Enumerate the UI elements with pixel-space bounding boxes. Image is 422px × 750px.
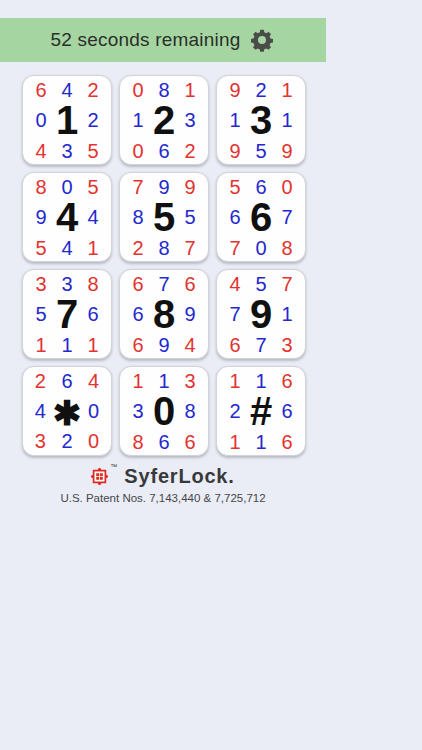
key-hash-hint-r1c2: 6 bbox=[274, 391, 300, 431]
key-5-hint-r1c0: 8 bbox=[125, 197, 151, 237]
key-0[interactable]: 113308866 bbox=[119, 366, 209, 456]
key-6-hint-r0c1: 6 bbox=[248, 176, 274, 197]
key-0-label: 0 bbox=[151, 391, 177, 431]
key-2-hint-r2c0: 0 bbox=[125, 140, 151, 161]
key-1-hint-r1c0: 0 bbox=[28, 100, 54, 140]
key-3[interactable]: 921131959 bbox=[216, 75, 306, 165]
key-hash-hint-r2c1: 1 bbox=[248, 431, 274, 452]
key-5-hint-r1c2: 5 bbox=[177, 197, 203, 237]
key-7-label: 7 bbox=[54, 294, 80, 334]
key-9-hint-r1c0: 7 bbox=[222, 294, 248, 334]
key-8-hint-r0c0: 6 bbox=[125, 273, 151, 294]
keypad: 6420124350811230629211319598059445417998… bbox=[22, 75, 326, 456]
key-2-hint-r2c1: 6 bbox=[151, 140, 177, 161]
key-star-hint-r1c0: 4 bbox=[28, 392, 53, 430]
key-0-hint-r2c2: 6 bbox=[177, 431, 203, 452]
key-9-hint-r0c1: 5 bbox=[248, 273, 274, 294]
brand-name: SyferLock. bbox=[124, 465, 234, 488]
key-star-hint-r0c0: 2 bbox=[28, 370, 53, 392]
key-4-hint-r2c2: 1 bbox=[80, 237, 106, 258]
syferlock-logo-icon bbox=[91, 468, 108, 485]
key-3-hint-r2c2: 9 bbox=[274, 140, 300, 161]
key-5-hint-r2c2: 7 bbox=[177, 237, 203, 258]
key-3-hint-r0c1: 2 bbox=[248, 79, 274, 100]
key-4-hint-r0c0: 8 bbox=[28, 176, 54, 197]
key-2-label: 2 bbox=[151, 100, 177, 140]
key-star-hint-r2c2: 0 bbox=[81, 430, 106, 452]
key-2-hint-r0c1: 8 bbox=[151, 79, 177, 100]
key-6-hint-r1c2: 7 bbox=[274, 197, 300, 237]
key-0-hint-r2c0: 8 bbox=[125, 431, 151, 452]
key-7-hint-r0c0: 3 bbox=[28, 273, 54, 294]
key-1-label: 1 bbox=[54, 100, 80, 140]
key-6-hint-r0c0: 5 bbox=[222, 176, 248, 197]
key-8-hint-r2c0: 6 bbox=[125, 334, 151, 355]
key-6[interactable]: 560667708 bbox=[216, 172, 306, 262]
key-4-hint-r2c0: 5 bbox=[28, 237, 54, 258]
key-7-hint-r1c2: 6 bbox=[80, 294, 106, 334]
key-8-label: 8 bbox=[151, 294, 177, 334]
key-6-label: 6 bbox=[248, 197, 274, 237]
key-0-hint-r1c0: 3 bbox=[125, 391, 151, 431]
key-1-hint-r2c0: 4 bbox=[28, 140, 54, 161]
key-9-hint-r2c2: 3 bbox=[274, 334, 300, 355]
key-4-label: 4 bbox=[54, 197, 80, 237]
key-9[interactable]: 457791673 bbox=[216, 269, 306, 359]
key-5-hint-r0c2: 9 bbox=[177, 176, 203, 197]
key-1-hint-r0c2: 2 bbox=[80, 79, 106, 100]
key-7-hint-r0c2: 8 bbox=[80, 273, 106, 294]
key-9-label: 9 bbox=[248, 294, 274, 334]
key-8-hint-r1c0: 6 bbox=[125, 294, 151, 334]
key-1-hint-r2c2: 5 bbox=[80, 140, 106, 161]
key-2-hint-r0c0: 0 bbox=[125, 79, 151, 100]
key-star-hint-r2c0: 3 bbox=[28, 430, 53, 452]
page-background: { "game": "SyferLock GridGuard one-time-… bbox=[0, 0, 422, 750]
app-container: 52 seconds remaining 6420124350811230629… bbox=[0, 18, 326, 504]
key-1-hint-r0c0: 6 bbox=[28, 79, 54, 100]
key-3-hint-r0c0: 9 bbox=[222, 79, 248, 100]
trademark-symbol: ™ bbox=[110, 463, 117, 470]
key-star-hint-r1c2: 0 bbox=[81, 392, 106, 430]
key-star-hint-r2c1: 2 bbox=[53, 430, 82, 452]
patent-text: U.S. Patent Nos. 7,143,440 & 7,725,712 bbox=[0, 492, 326, 504]
key-4-hint-r2c1: 4 bbox=[54, 237, 80, 258]
key-7[interactable]: 338576111 bbox=[22, 269, 112, 359]
key-hash-hint-r0c0: 1 bbox=[222, 370, 248, 391]
key-5-hint-r2c0: 2 bbox=[125, 237, 151, 258]
key-hash-label: # bbox=[248, 391, 274, 431]
key-6-hint-r2c2: 8 bbox=[274, 237, 300, 258]
key-5-hint-r0c0: 7 bbox=[125, 176, 151, 197]
key-3-hint-r2c1: 5 bbox=[248, 140, 274, 161]
key-3-label: 3 bbox=[248, 100, 274, 140]
key-6-hint-r2c0: 7 bbox=[222, 237, 248, 258]
key-4-hint-r1c2: 4 bbox=[80, 197, 106, 237]
key-9-hint-r0c2: 7 bbox=[274, 273, 300, 294]
key-hash-hint-r0c2: 6 bbox=[274, 370, 300, 391]
key-9-hint-r1c2: 1 bbox=[274, 294, 300, 334]
key-star-hint-r0c2: 4 bbox=[81, 370, 106, 392]
key-0-hint-r1c2: 8 bbox=[177, 391, 203, 431]
key-2-hint-r1c2: 3 bbox=[177, 100, 203, 140]
key-8-hint-r2c2: 4 bbox=[177, 334, 203, 355]
key-star-hint-r0c1: 6 bbox=[53, 370, 82, 392]
key-4[interactable]: 805944541 bbox=[22, 172, 112, 262]
key-4-hint-r0c1: 0 bbox=[54, 176, 80, 197]
key-4-hint-r1c0: 9 bbox=[28, 197, 54, 237]
key-3-hint-r2c0: 9 bbox=[222, 140, 248, 161]
key-7-hint-r0c1: 3 bbox=[54, 273, 80, 294]
key-7-hint-r2c1: 1 bbox=[54, 334, 80, 355]
key-2[interactable]: 081123062 bbox=[119, 75, 209, 165]
key-3-hint-r1c0: 1 bbox=[222, 100, 248, 140]
key-8[interactable]: 676689694 bbox=[119, 269, 209, 359]
key-hash-hint-r2c0: 1 bbox=[222, 431, 248, 452]
key-1-hint-r2c1: 3 bbox=[54, 140, 80, 161]
settings-button[interactable] bbox=[249, 27, 275, 53]
key-hash-hint-r2c2: 6 bbox=[274, 431, 300, 452]
key-2-hint-r2c2: 2 bbox=[177, 140, 203, 161]
key-4-hint-r0c2: 5 bbox=[80, 176, 106, 197]
key-7-hint-r1c0: 5 bbox=[28, 294, 54, 334]
key-hash-hint-r1c0: 2 bbox=[222, 391, 248, 431]
key-hash[interactable]: 1162#6116 bbox=[216, 366, 306, 456]
brand-row: ™ SyferLock. bbox=[0, 465, 326, 488]
key-0-hint-r2c1: 6 bbox=[151, 431, 177, 452]
key-0-hint-r0c2: 3 bbox=[177, 370, 203, 391]
key-0-hint-r0c0: 1 bbox=[125, 370, 151, 391]
key-star[interactable]: 2644✱0320 bbox=[22, 366, 112, 456]
key-7-hint-r2c0: 1 bbox=[28, 334, 54, 355]
key-9-hint-r2c0: 6 bbox=[222, 334, 248, 355]
key-9-hint-r0c0: 4 bbox=[222, 273, 248, 294]
timer-text: 52 seconds remaining bbox=[51, 29, 241, 51]
key-1[interactable]: 642012435 bbox=[22, 75, 112, 165]
key-hash-hint-r0c1: 1 bbox=[248, 370, 274, 391]
timer-bar: 52 seconds remaining bbox=[0, 18, 326, 62]
key-6-hint-r2c1: 0 bbox=[248, 237, 274, 258]
key-5-hint-r0c1: 9 bbox=[151, 176, 177, 197]
key-6-hint-r1c0: 6 bbox=[222, 197, 248, 237]
key-8-hint-r1c2: 9 bbox=[177, 294, 203, 334]
key-1-hint-r0c1: 4 bbox=[54, 79, 80, 100]
key-8-hint-r0c2: 6 bbox=[177, 273, 203, 294]
key-5[interactable]: 799855287 bbox=[119, 172, 209, 262]
gear-icon bbox=[250, 28, 274, 52]
key-2-hint-r1c0: 1 bbox=[125, 100, 151, 140]
key-6-hint-r0c2: 0 bbox=[274, 176, 300, 197]
key-7-hint-r2c2: 1 bbox=[80, 334, 106, 355]
key-8-hint-r2c1: 9 bbox=[151, 334, 177, 355]
key-9-hint-r2c1: 7 bbox=[248, 334, 274, 355]
key-8-hint-r0c1: 7 bbox=[151, 273, 177, 294]
key-0-hint-r0c1: 1 bbox=[151, 370, 177, 391]
key-5-label: 5 bbox=[151, 197, 177, 237]
key-2-hint-r0c2: 1 bbox=[177, 79, 203, 100]
key-3-hint-r0c2: 1 bbox=[274, 79, 300, 100]
key-5-hint-r2c1: 8 bbox=[151, 237, 177, 258]
key-3-hint-r1c2: 1 bbox=[274, 100, 300, 140]
key-1-hint-r1c2: 2 bbox=[80, 100, 106, 140]
key-star-label: ✱ bbox=[53, 392, 82, 430]
